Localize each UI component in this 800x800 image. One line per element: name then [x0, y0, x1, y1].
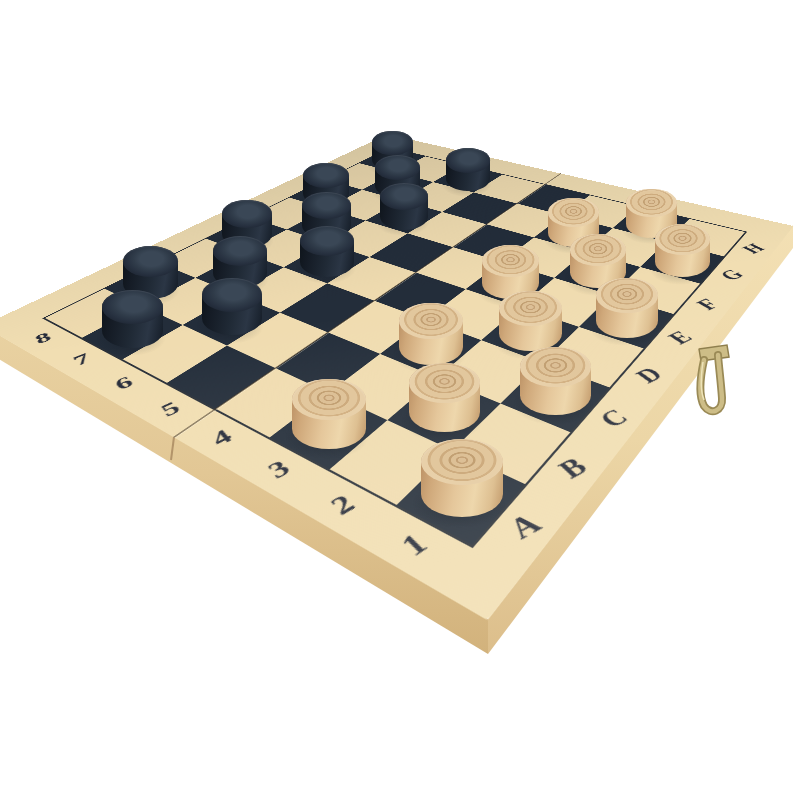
- piece-light-g1[interactable]: [655, 224, 710, 277]
- piece-light-a1[interactable]: [421, 439, 503, 518]
- piece-dark-d6[interactable]: [300, 226, 353, 277]
- dark-checker-top: [222, 200, 272, 228]
- piece-light-b2[interactable]: [409, 363, 481, 432]
- dark-checker-top: [213, 236, 267, 266]
- dark-checker-top: [303, 163, 348, 188]
- dark-checker-top: [372, 131, 414, 154]
- light-checker-top: [548, 198, 599, 227]
- dark-checker-top: [302, 192, 351, 219]
- product-photo-stage: 87654321 ABCDEFGH: [0, 0, 800, 800]
- clasp-icon: [699, 345, 729, 411]
- piece-light-a3[interactable]: [292, 379, 365, 449]
- piece-dark-b6[interactable]: [202, 278, 262, 335]
- dark-checker-top: [102, 290, 163, 324]
- piece-light-c1[interactable]: [520, 347, 591, 415]
- light-checker-top: [596, 278, 658, 313]
- dark-checker-top: [202, 278, 262, 311]
- light-checker-top: [292, 379, 365, 420]
- light-checker-top: [570, 234, 626, 265]
- piece-light-d2[interactable]: [499, 291, 562, 352]
- light-checker-top: [421, 439, 503, 485]
- light-checker-top: [409, 363, 481, 403]
- piece-dark-f6[interactable]: [380, 183, 428, 229]
- piece-light-e1[interactable]: [596, 278, 658, 338]
- dark-checker-top: [123, 246, 178, 277]
- light-checker-top: [499, 291, 562, 326]
- light-checker-top: [655, 224, 710, 255]
- light-checker-top: [520, 347, 591, 387]
- piece-light-c3[interactable]: [399, 303, 463, 365]
- light-checker-top: [482, 245, 539, 277]
- light-checker-top: [626, 189, 677, 217]
- dark-checker-top: [446, 148, 490, 173]
- dark-checker-top: [300, 226, 353, 256]
- piece-dark-a7[interactable]: [102, 290, 163, 348]
- piece-dark-h6[interactable]: [446, 148, 490, 190]
